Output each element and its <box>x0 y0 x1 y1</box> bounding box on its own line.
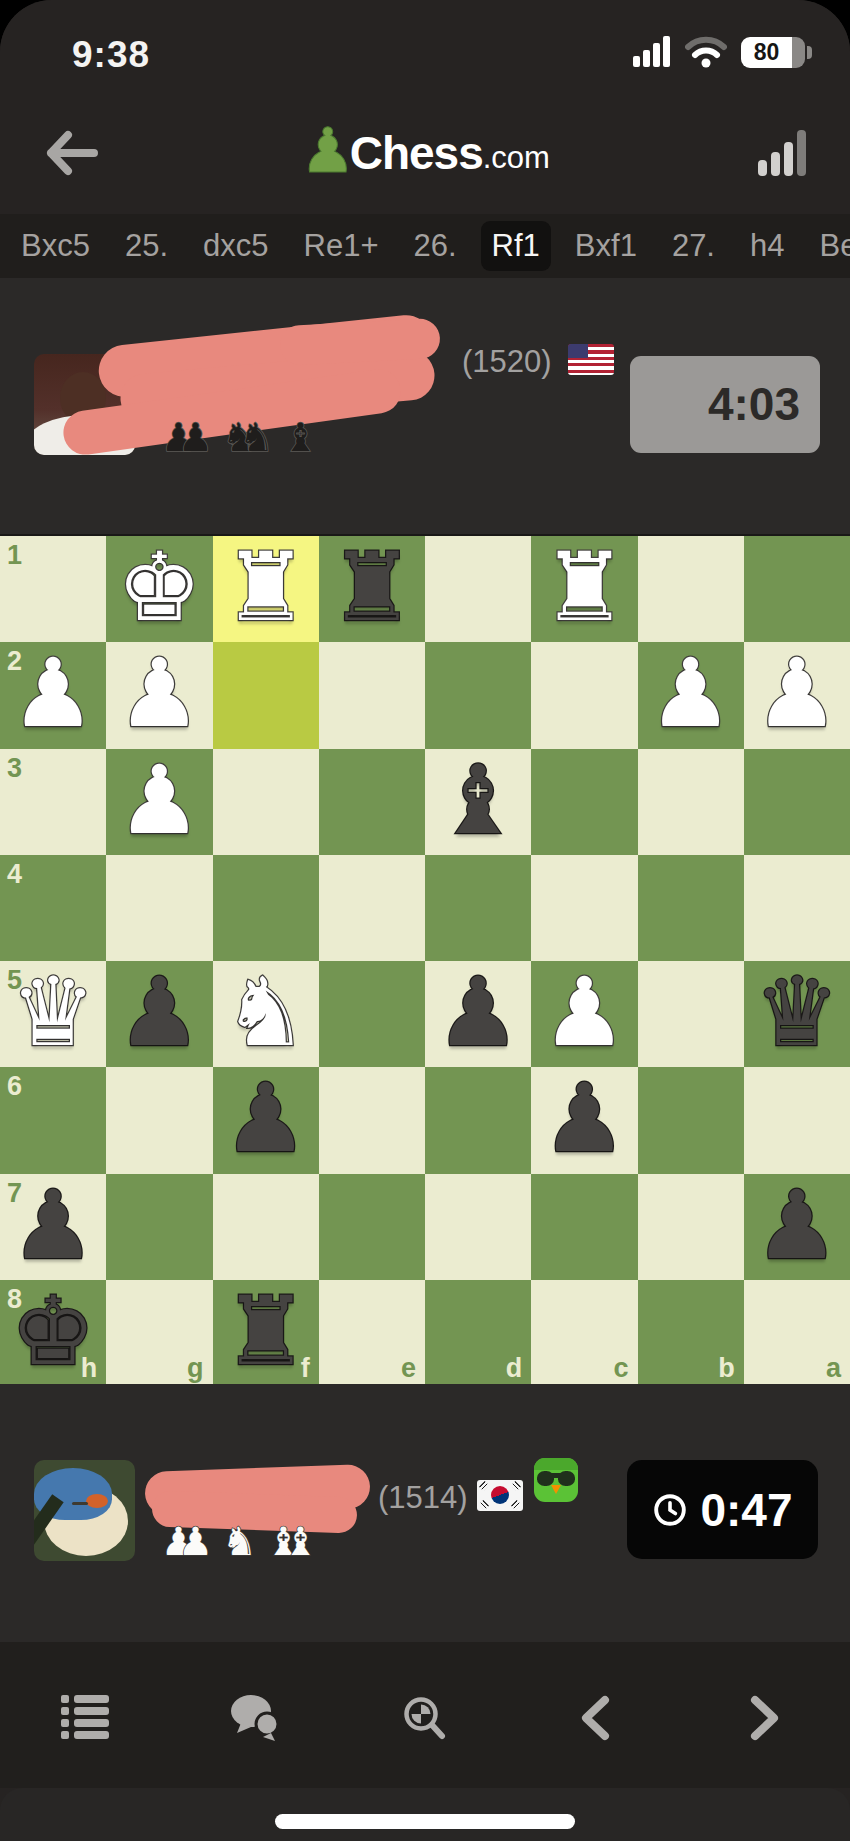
square-a2[interactable]: ♟ <box>744 642 850 748</box>
next-move-button[interactable] <box>680 1642 850 1788</box>
move-token[interactable]: 25. <box>114 221 179 271</box>
square-d6[interactable] <box>425 1067 531 1173</box>
square-e6[interactable] <box>319 1067 425 1173</box>
kr-flag-taeguk <box>491 1486 509 1504</box>
square-g6[interactable] <box>106 1067 212 1173</box>
captured-group: ♝♝ <box>266 1522 318 1562</box>
file-label-h: h <box>81 1353 98 1384</box>
white-pawn-g2[interactable]: ♟ <box>106 642 212 744</box>
square-b7[interactable] <box>638 1174 744 1280</box>
move-token[interactable]: dxc5 <box>192 221 279 271</box>
rank-label-6: 6 <box>7 1071 22 1102</box>
square-c3[interactable] <box>531 749 637 855</box>
clock-top-player: 4:03 <box>630 356 820 453</box>
square-g4[interactable] <box>106 855 212 961</box>
square-f5[interactable]: ♞ <box>213 961 319 1067</box>
square-h4[interactable]: 4 <box>0 855 106 961</box>
logo-pawn-icon: ♟ <box>300 121 356 181</box>
chevron-left-icon <box>578 1693 612 1743</box>
move-token[interactable]: 26. <box>403 221 468 271</box>
captured-group: ♞ <box>222 1522 257 1562</box>
square-a1[interactable] <box>744 536 850 642</box>
square-a6[interactable] <box>744 1067 850 1173</box>
rank-label-7: 7 <box>7 1178 22 1209</box>
square-h7[interactable]: 7♟ <box>0 1174 106 1280</box>
moves-list-button[interactable] <box>0 1642 170 1788</box>
file-label-e: e <box>401 1353 416 1384</box>
square-d5[interactable]: ♟ <box>425 961 531 1067</box>
square-f3[interactable] <box>213 749 319 855</box>
square-b2[interactable]: ♟ <box>638 642 744 748</box>
square-b8[interactable]: b <box>638 1280 744 1386</box>
home-indicator-area <box>0 1788 850 1841</box>
file-label-f: f <box>301 1353 310 1384</box>
player-top-rating: (1520) <box>462 344 552 380</box>
square-c2[interactable] <box>531 642 637 748</box>
kr-flag-icon <box>477 1480 523 1511</box>
captured-bishop-icon: ♝ <box>283 1522 318 1562</box>
chevron-right-icon <box>748 1693 782 1743</box>
battery-icon: 80 <box>741 37 812 68</box>
square-g2[interactable]: ♟ <box>106 642 212 748</box>
analysis-magnifier-icon <box>400 1693 450 1743</box>
square-f7[interactable] <box>213 1174 319 1280</box>
square-e1[interactable]: ♜ <box>319 536 425 642</box>
player-bottom-rating: (1514) <box>378 1480 468 1516</box>
player-card-top: T (1520) 4:03 ♟♟♞♞♝ <box>0 278 850 534</box>
square-g1[interactable]: ♚ <box>106 536 212 642</box>
white-knight-f5[interactable]: ♞ <box>213 961 319 1063</box>
white-rook-f1[interactable]: ♜ <box>213 536 319 638</box>
avatar-bottom-player[interactable] <box>34 1460 135 1561</box>
us-flag-canton <box>568 344 588 358</box>
square-f6[interactable]: ♟ <box>213 1067 319 1173</box>
home-indicator[interactable] <box>275 1814 575 1829</box>
square-b4[interactable] <box>638 855 744 961</box>
move-token-current[interactable]: Rf1 <box>481 221 551 271</box>
captured-pieces-top: ♟♟♞♞♝ <box>161 418 327 458</box>
square-g5[interactable]: ♟ <box>106 961 212 1067</box>
battery-tip <box>807 46 812 59</box>
rank-label-1: 1 <box>7 540 22 571</box>
black-queen-a5[interactable]: ♛ <box>744 961 850 1063</box>
player-card-bottom: (1514) 0:47 ♟♟♞♝♝ <box>0 1384 850 1642</box>
square-d8[interactable]: d <box>425 1280 531 1386</box>
white-pawn-g3[interactable]: ♟ <box>106 749 212 851</box>
move-token[interactable]: Re1+ <box>293 221 390 271</box>
logo-text: Chess <box>350 126 483 180</box>
captured-pieces-bottom: ♟♟♞♝♝ <box>161 1522 327 1562</box>
square-d1[interactable] <box>425 536 531 642</box>
white-pawn-a2[interactable]: ♟ <box>744 642 850 744</box>
wifi-icon <box>685 36 727 68</box>
square-b1[interactable] <box>638 536 744 642</box>
square-c8[interactable]: c <box>531 1280 637 1386</box>
captured-pawn-icon: ♟ <box>178 1522 213 1562</box>
square-b5[interactable] <box>638 961 744 1067</box>
rank-label-3: 3 <box>7 753 22 784</box>
white-pawn-c5[interactable]: ♟ <box>531 961 637 1063</box>
square-h6[interactable]: 6 <box>0 1067 106 1173</box>
move-token[interactable]: Bxf1 <box>564 221 648 271</box>
square-a4[interactable] <box>744 855 850 961</box>
black-pawn-c6[interactable]: ♟ <box>531 1067 637 1169</box>
square-e3[interactable] <box>319 749 425 855</box>
phone-screen: 9:38 80 ♟ <box>0 0 850 1841</box>
square-d4[interactable] <box>425 855 531 961</box>
clock-bottom-player: 0:47 <box>627 1460 818 1559</box>
chess-app: 9:38 80 ♟ <box>0 0 850 1841</box>
square-g8[interactable]: g <box>106 1280 212 1386</box>
file-label-d: d <box>506 1353 523 1384</box>
avatar-creature-eye <box>72 1502 88 1505</box>
square-c5[interactable]: ♟ <box>531 961 637 1067</box>
square-b3[interactable] <box>638 749 744 855</box>
connection-bars-icon <box>758 128 808 178</box>
previous-move-button[interactable] <box>510 1642 680 1788</box>
captured-group: ♝ <box>283 418 318 458</box>
white-rook-c1[interactable]: ♜ <box>531 536 637 638</box>
moves-list-icon <box>61 1695 109 1741</box>
move-token[interactable]: h4 <box>739 221 795 271</box>
square-d3[interactable]: ♝ <box>425 749 531 855</box>
black-rook-e1[interactable]: ♜ <box>319 536 425 638</box>
square-h1[interactable]: 1 <box>0 536 106 642</box>
captured-bishop-icon: ♝ <box>283 418 318 458</box>
square-a7[interactable]: ♟ <box>744 1174 850 1280</box>
square-a5[interactable]: ♛ <box>744 961 850 1067</box>
rank-label-5: 5 <box>7 965 22 996</box>
square-e8[interactable]: e <box>319 1280 425 1386</box>
file-label-g: g <box>187 1353 204 1384</box>
black-pawn-a7[interactable]: ♟ <box>744 1174 850 1276</box>
square-b6[interactable] <box>638 1067 744 1173</box>
file-label-b: b <box>718 1353 735 1384</box>
square-e2[interactable] <box>319 642 425 748</box>
square-g7[interactable] <box>106 1174 212 1280</box>
clock-icon <box>652 1492 688 1528</box>
square-a3[interactable] <box>744 749 850 855</box>
black-pawn-f6[interactable]: ♟ <box>213 1067 319 1169</box>
square-a8[interactable]: a <box>744 1280 850 1386</box>
black-pawn-g5[interactable]: ♟ <box>106 961 212 1063</box>
move-token[interactable]: Bxc5 <box>10 221 101 271</box>
captured-pawn-icon: ♟ <box>178 418 213 458</box>
rank-label-8: 8 <box>7 1284 22 1315</box>
board[interactable]: 1♚♜♜♜2♟♟♟♟3♟♝45♛♟♞♟♟♛6♟♟7♟♟8h♚gf♜edcba <box>0 534 850 1384</box>
square-d7[interactable] <box>425 1174 531 1280</box>
battery-label: 80 <box>741 37 792 68</box>
captured-knight-icon: ♞ <box>222 1522 257 1562</box>
avatar-creature-spot <box>86 1494 108 1508</box>
chat-icon <box>227 1693 283 1743</box>
status-icons: 80 <box>633 36 812 68</box>
move-token[interactable]: 27. <box>661 221 726 271</box>
captured-group: ♟♟ <box>161 418 213 458</box>
black-bishop-d3[interactable]: ♝ <box>425 749 531 851</box>
move-strip[interactable]: Bxc525.dxc5Re1+26.Rf1Bxf127.h4Be2+28.K <box>0 214 850 278</box>
square-f1[interactable]: ♜ <box>213 536 319 642</box>
square-c6[interactable]: ♟ <box>531 1067 637 1173</box>
us-flag-icon <box>568 344 614 375</box>
square-c4[interactable] <box>531 855 637 961</box>
square-c1[interactable]: ♜ <box>531 536 637 642</box>
captured-knight-icon: ♞ <box>239 418 274 458</box>
square-d2[interactable] <box>425 642 531 748</box>
square-h8[interactable]: 8h♚ <box>0 1280 106 1386</box>
square-h3[interactable]: 3 <box>0 749 106 855</box>
file-label-a: a <box>826 1353 841 1384</box>
square-h5[interactable]: 5♛ <box>0 961 106 1067</box>
chat-button[interactable] <box>170 1642 340 1788</box>
rank-label-4: 4 <box>7 859 22 890</box>
square-f4[interactable] <box>213 855 319 961</box>
sunglasses-flair-icon <box>534 1458 578 1502</box>
captured-group: ♞♞ <box>222 418 274 458</box>
name-scribble-top <box>279 318 441 366</box>
header: ♟ Chess .com <box>0 92 850 214</box>
square-g3[interactable]: ♟ <box>106 749 212 855</box>
square-e5[interactable] <box>319 961 425 1067</box>
file-label-c: c <box>613 1353 628 1384</box>
square-f2[interactable] <box>213 642 319 748</box>
square-e7[interactable] <box>319 1174 425 1280</box>
square-h2[interactable]: 2♟ <box>0 642 106 748</box>
white-king-g1[interactable]: ♚ <box>106 536 212 638</box>
status-time: 9:38 <box>72 34 150 76</box>
captured-group: ♟♟ <box>161 1522 213 1562</box>
analysis-button[interactable] <box>340 1642 510 1788</box>
clock-bottom-time: 0:47 <box>700 1483 792 1537</box>
square-f8[interactable]: f♜ <box>213 1280 319 1386</box>
bottom-toolbar <box>0 1642 850 1788</box>
move-token[interactable]: Be2+ <box>808 221 850 271</box>
logo-suffix: .com <box>483 140 550 176</box>
rank-label-2: 2 <box>7 646 22 677</box>
cellular-signal-icon <box>633 36 671 68</box>
black-pawn-d5[interactable]: ♟ <box>425 961 531 1063</box>
status-bar: 9:38 80 <box>0 0 850 92</box>
square-e4[interactable] <box>319 855 425 961</box>
chesscom-logo: ♟ Chess .com <box>0 92 850 214</box>
square-c7[interactable] <box>531 1174 637 1280</box>
white-pawn-b2[interactable]: ♟ <box>638 642 744 744</box>
